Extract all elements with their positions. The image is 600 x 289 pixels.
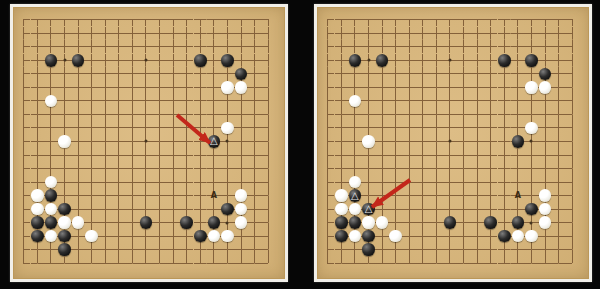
- intersection: [153, 162, 167, 176]
- intersection: [538, 67, 552, 81]
- black-stone: [194, 54, 207, 67]
- intersection: [525, 162, 539, 176]
- intersection: [180, 256, 194, 270]
- intersection: [552, 243, 566, 257]
- intersection: [484, 256, 498, 270]
- intersection: [153, 94, 167, 108]
- intersection: [402, 162, 416, 176]
- intersection: [221, 108, 235, 122]
- intersection: [375, 202, 389, 216]
- intersection: [44, 54, 58, 68]
- intersection: [389, 94, 403, 108]
- intersection: [389, 189, 403, 203]
- intersection: [44, 243, 58, 257]
- intersection: [31, 135, 45, 149]
- intersection: [565, 13, 579, 27]
- intersection: [348, 202, 362, 216]
- intersection: [443, 216, 457, 230]
- intersection: [416, 148, 430, 162]
- black-stone: [221, 54, 234, 67]
- intersection: [498, 121, 512, 135]
- intersection: [511, 121, 525, 135]
- intersection: [180, 189, 194, 203]
- intersection: [321, 162, 335, 176]
- intersection: [207, 256, 221, 270]
- intersection: [234, 243, 248, 257]
- white-stone: [235, 81, 248, 94]
- intersection: [470, 162, 484, 176]
- intersection: [348, 175, 362, 189]
- intersection: [525, 27, 539, 41]
- intersection: [321, 121, 335, 135]
- intersection: [207, 27, 221, 41]
- intersection: [71, 162, 85, 176]
- intersection: [71, 148, 85, 162]
- intersection: [348, 27, 362, 41]
- star-point: [448, 140, 451, 143]
- intersection: [126, 135, 140, 149]
- intersection: [153, 40, 167, 54]
- intersection: [321, 94, 335, 108]
- intersection: [565, 81, 579, 95]
- intersection: [17, 229, 31, 243]
- intersection: [126, 13, 140, 27]
- white-stone: [72, 216, 85, 229]
- black-stone: △: [362, 203, 375, 216]
- intersection: [511, 67, 525, 81]
- intersection: [234, 162, 248, 176]
- intersection: [389, 81, 403, 95]
- intersection: [31, 189, 45, 203]
- intersection: [166, 256, 180, 270]
- intersection: [525, 94, 539, 108]
- intersection: [362, 54, 376, 68]
- intersection: [525, 135, 539, 149]
- intersection: [538, 40, 552, 54]
- intersection: [375, 256, 389, 270]
- intersection: [525, 175, 539, 189]
- intersection: [98, 148, 112, 162]
- intersection: [416, 256, 430, 270]
- intersection: [430, 135, 444, 149]
- intersection: [139, 54, 153, 68]
- intersection: [85, 13, 99, 27]
- white-stone: [45, 203, 58, 216]
- black-stone: [349, 216, 362, 229]
- intersection: [402, 108, 416, 122]
- intersection: [17, 40, 31, 54]
- intersection: [139, 67, 153, 81]
- intersection: [166, 243, 180, 257]
- black-stone: [45, 189, 58, 202]
- intersection: [31, 94, 45, 108]
- intersection: [85, 148, 99, 162]
- intersection: [71, 189, 85, 203]
- white-stone: [389, 230, 402, 243]
- intersection: [112, 135, 126, 149]
- intersection: [498, 162, 512, 176]
- intersection: [71, 175, 85, 189]
- intersection: [375, 148, 389, 162]
- black-stone: [362, 243, 375, 256]
- intersection: [402, 13, 416, 27]
- intersection: [470, 67, 484, 81]
- intersection: [126, 243, 140, 257]
- intersection: [511, 94, 525, 108]
- intersection: [484, 81, 498, 95]
- intersection: [139, 229, 153, 243]
- intersection: [402, 148, 416, 162]
- intersection: [484, 27, 498, 41]
- intersection: [375, 175, 389, 189]
- intersection: [248, 243, 262, 257]
- intersection: [221, 121, 235, 135]
- black-stone: [72, 54, 85, 67]
- intersection: [389, 243, 403, 257]
- intersection: [44, 40, 58, 54]
- intersection: [389, 27, 403, 41]
- intersection: [126, 148, 140, 162]
- intersection: [58, 121, 72, 135]
- intersection: [44, 148, 58, 162]
- intersection: [552, 148, 566, 162]
- triangle-mark-icon: △: [351, 190, 359, 200]
- intersection: [430, 256, 444, 270]
- intersection: [31, 148, 45, 162]
- intersection: [139, 175, 153, 189]
- intersection: [416, 67, 430, 81]
- black-stone: [58, 230, 71, 243]
- black-stone: [498, 54, 511, 67]
- intersection: [234, 27, 248, 41]
- intersection: [44, 27, 58, 41]
- intersection: [484, 243, 498, 257]
- intersection: [402, 175, 416, 189]
- intersection: [457, 216, 471, 230]
- intersection: [221, 216, 235, 230]
- intersection: [180, 121, 194, 135]
- intersection: [31, 40, 45, 54]
- intersection: [375, 162, 389, 176]
- intersection: [457, 202, 471, 216]
- intersection: [58, 189, 72, 203]
- intersection: [457, 94, 471, 108]
- intersection: [484, 94, 498, 108]
- intersection: [498, 175, 512, 189]
- black-stone: △: [349, 189, 362, 202]
- intersection: [126, 27, 140, 41]
- intersection: [552, 229, 566, 243]
- intersection: [58, 27, 72, 41]
- intersection: [525, 148, 539, 162]
- intersection: [416, 202, 430, 216]
- intersection: [17, 135, 31, 149]
- intersection: [85, 229, 99, 243]
- intersection: [31, 108, 45, 122]
- intersection: [457, 81, 471, 95]
- intersection: [443, 148, 457, 162]
- white-stone: [362, 135, 375, 148]
- intersection: [44, 135, 58, 149]
- black-stone: [362, 230, 375, 243]
- intersection: [126, 40, 140, 54]
- intersection: [498, 54, 512, 68]
- intersection: [552, 67, 566, 81]
- intersection: [194, 216, 208, 230]
- intersection: [362, 108, 376, 122]
- intersection: [248, 108, 262, 122]
- intersection: [335, 94, 349, 108]
- intersection: [538, 162, 552, 176]
- intersection: [402, 202, 416, 216]
- intersection: [498, 202, 512, 216]
- intersection: [261, 189, 275, 203]
- intersection: [98, 94, 112, 108]
- intersection: [180, 13, 194, 27]
- intersection: [525, 40, 539, 54]
- intersection: A: [511, 189, 525, 203]
- intersection: [430, 148, 444, 162]
- intersection: [98, 81, 112, 95]
- intersection: [484, 135, 498, 149]
- star-point: [226, 140, 229, 143]
- intersection: [416, 40, 430, 54]
- intersection: [443, 229, 457, 243]
- intersection: [166, 40, 180, 54]
- intersection: [126, 54, 140, 68]
- intersection: [221, 175, 235, 189]
- intersection: [565, 121, 579, 135]
- intersection: [443, 256, 457, 270]
- black-stone: [194, 230, 207, 243]
- intersection: [31, 243, 45, 257]
- intersection: [389, 67, 403, 81]
- intersection: [153, 216, 167, 230]
- intersection: [565, 54, 579, 68]
- intersection: [348, 162, 362, 176]
- intersection: [166, 13, 180, 27]
- intersection: [180, 202, 194, 216]
- intersection: [112, 40, 126, 54]
- intersection: [126, 175, 140, 189]
- intersection: [389, 148, 403, 162]
- intersection: [248, 256, 262, 270]
- intersection: [552, 202, 566, 216]
- intersection: [44, 162, 58, 176]
- intersection: [335, 108, 349, 122]
- intersection: [402, 121, 416, 135]
- intersection: [58, 256, 72, 270]
- intersection: [207, 229, 221, 243]
- intersection: [525, 54, 539, 68]
- intersection: [362, 256, 376, 270]
- intersection: [348, 54, 362, 68]
- intersection: [457, 135, 471, 149]
- intersection: [221, 148, 235, 162]
- intersection: [498, 94, 512, 108]
- intersection: [470, 243, 484, 257]
- intersection: [389, 13, 403, 27]
- intersection: [153, 202, 167, 216]
- intersection: [389, 108, 403, 122]
- intersection: [112, 175, 126, 189]
- white-stone: [335, 189, 348, 202]
- intersection: [234, 108, 248, 122]
- intersection: [362, 94, 376, 108]
- intersection: [112, 13, 126, 27]
- intersection: [335, 189, 349, 203]
- intersection: [484, 202, 498, 216]
- intersection: [525, 108, 539, 122]
- intersection: [552, 13, 566, 27]
- white-stone: [349, 203, 362, 216]
- intersection: [194, 67, 208, 81]
- white-stone: [58, 216, 71, 229]
- intersection: [194, 148, 208, 162]
- intersection: [194, 189, 208, 203]
- intersection: [362, 40, 376, 54]
- intersection: [538, 175, 552, 189]
- intersection: [234, 216, 248, 230]
- intersection: [234, 148, 248, 162]
- intersection: [470, 108, 484, 122]
- intersection: [194, 243, 208, 257]
- intersection: [362, 67, 376, 81]
- intersection: [321, 243, 335, 257]
- point-label-a: A: [207, 189, 221, 203]
- intersection: [44, 13, 58, 27]
- intersection: [321, 202, 335, 216]
- intersection: [511, 108, 525, 122]
- intersection: [166, 135, 180, 149]
- intersection: [443, 202, 457, 216]
- intersection: [321, 54, 335, 68]
- intersection: [166, 27, 180, 41]
- intersection: [153, 67, 167, 81]
- white-stone: [539, 216, 552, 229]
- intersection: [457, 148, 471, 162]
- intersection: [112, 27, 126, 41]
- intersection: [511, 54, 525, 68]
- intersection: [71, 13, 85, 27]
- intersection: [402, 256, 416, 270]
- intersection: [538, 13, 552, 27]
- intersection: [484, 175, 498, 189]
- intersection: [234, 13, 248, 27]
- black-stone: [58, 243, 71, 256]
- intersection: [31, 256, 45, 270]
- intersection: [552, 94, 566, 108]
- intersection: [552, 256, 566, 270]
- intersection: [538, 94, 552, 108]
- intersection: [362, 135, 376, 149]
- intersection: [139, 216, 153, 230]
- intersection: [234, 40, 248, 54]
- white-stone: [45, 176, 58, 189]
- intersection: [321, 135, 335, 149]
- intersection: [261, 148, 275, 162]
- intersection: [112, 162, 126, 176]
- intersection: [375, 121, 389, 135]
- intersection: [17, 148, 31, 162]
- intersection: [194, 175, 208, 189]
- intersection: [166, 148, 180, 162]
- black-stone: [140, 216, 153, 229]
- intersection: [234, 67, 248, 81]
- intersection: [430, 108, 444, 122]
- intersection: [194, 94, 208, 108]
- intersection: [552, 216, 566, 230]
- intersection: [261, 94, 275, 108]
- intersection: [457, 13, 471, 27]
- intersection: [31, 202, 45, 216]
- intersection: [85, 175, 99, 189]
- intersection: [126, 108, 140, 122]
- intersection: [538, 81, 552, 95]
- intersection: [207, 175, 221, 189]
- star-point: [144, 59, 147, 62]
- intersection: [44, 216, 58, 230]
- intersection: [348, 94, 362, 108]
- intersection: [416, 162, 430, 176]
- intersection: [538, 256, 552, 270]
- intersection: [31, 27, 45, 41]
- intersection: [71, 135, 85, 149]
- intersection: [552, 175, 566, 189]
- intersection: [375, 94, 389, 108]
- black-stone: [349, 54, 362, 67]
- black-stone: [335, 216, 348, 229]
- black-stone: [31, 230, 44, 243]
- intersection: [565, 256, 579, 270]
- intersection: [98, 67, 112, 81]
- intersection: [362, 121, 376, 135]
- intersection: [335, 229, 349, 243]
- intersection: [470, 121, 484, 135]
- board-grid-left: △A: [17, 13, 275, 270]
- intersection: [194, 121, 208, 135]
- intersection: [58, 243, 72, 257]
- intersection: [470, 13, 484, 27]
- intersection: [166, 202, 180, 216]
- intersection: [498, 216, 512, 230]
- intersection: [248, 94, 262, 108]
- intersection: [58, 81, 72, 95]
- intersection: [470, 189, 484, 203]
- intersection: [525, 121, 539, 135]
- intersection: [511, 135, 525, 149]
- intersection: [538, 189, 552, 203]
- intersection: [153, 13, 167, 27]
- intersection: [362, 162, 376, 176]
- white-stone: [539, 81, 552, 94]
- intersection: [166, 229, 180, 243]
- intersection: [153, 81, 167, 95]
- intersection: [58, 94, 72, 108]
- go-diagram-left: △A: [10, 4, 288, 282]
- black-stone: [512, 216, 525, 229]
- intersection: [511, 256, 525, 270]
- white-stone: [362, 216, 375, 229]
- intersection: [565, 243, 579, 257]
- intersection: [153, 175, 167, 189]
- intersection: [98, 202, 112, 216]
- intersection: [180, 54, 194, 68]
- intersection: [44, 175, 58, 189]
- intersection: [248, 13, 262, 27]
- intersection: [457, 54, 471, 68]
- intersection: [180, 81, 194, 95]
